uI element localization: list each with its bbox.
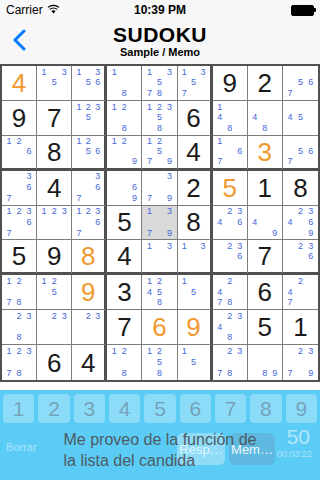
- candidate-grid: 128: [107, 101, 141, 135]
- cell-r6c7[interactable]: 236: [213, 240, 248, 275]
- cell-r6c5[interactable]: 13: [142, 240, 177, 275]
- battery-icon: [291, 5, 314, 16]
- cell-value: 4: [81, 350, 95, 376]
- cell-value: 3: [117, 279, 131, 305]
- numkey-9[interactable]: 9: [286, 394, 317, 423]
- candidate-grid: 379: [142, 171, 176, 205]
- candidate-grid: 247: [283, 275, 318, 309]
- candidate-grid: 15: [178, 345, 210, 380]
- cell-r3c2[interactable]: 8: [37, 136, 72, 171]
- cell-r1c8[interactable]: 2: [248, 66, 283, 101]
- candidate-grid: 12458: [142, 275, 176, 309]
- numkey-1[interactable]: 1: [3, 394, 34, 423]
- candidate-grid: 567: [283, 136, 318, 168]
- cell-r1c7[interactable]: 9: [213, 66, 248, 101]
- cell-r3c4[interactable]: 129: [107, 136, 142, 171]
- clock: 10:39 PM: [0, 3, 320, 17]
- cell-value: 1: [293, 314, 307, 340]
- cell-r9c6[interactable]: 15: [178, 345, 213, 380]
- cell-r5c1[interactable]: 12367: [2, 206, 37, 241]
- cell-value: 9: [47, 243, 61, 269]
- nav-header: SUDOKU Sample / Memo: [0, 20, 320, 64]
- cell-r1c4[interactable]: 18: [107, 66, 142, 101]
- cell-r3c1[interactable]: 126: [2, 136, 37, 171]
- cell-r4c5[interactable]: 379: [142, 171, 177, 206]
- cell-r7c8[interactable]: 6: [248, 275, 283, 310]
- page-title: SUDOKU: [0, 20, 320, 46]
- cell-r6c1[interactable]: 5: [2, 240, 37, 275]
- cell-r7c6[interactable]: 15: [178, 275, 213, 310]
- cell-r4c7[interactable]: 5: [213, 171, 248, 206]
- cell-r8c6[interactable]: 9: [178, 310, 213, 345]
- candidate-grid: 12358: [142, 101, 176, 135]
- back-button[interactable]: [6, 26, 32, 58]
- cell-r8c2[interactable]: 23: [37, 310, 72, 345]
- cell-value: 6: [47, 350, 61, 376]
- cell-value: 6: [152, 314, 166, 340]
- cell-value: 3: [258, 139, 272, 165]
- cell-r8c7[interactable]: 2348: [213, 310, 248, 345]
- cell-r2c1[interactable]: 9: [2, 101, 37, 136]
- candidate-grid: 2378: [213, 345, 247, 380]
- cell-r7c2[interactable]: 125: [37, 275, 72, 310]
- cell-r6c9[interactable]: 236: [283, 240, 318, 275]
- cell-value: 5: [258, 314, 272, 340]
- cell-r1c1[interactable]: 4: [2, 66, 37, 101]
- cell-r8c1[interactable]: 238: [2, 310, 37, 345]
- candidate-grid: 13578: [142, 66, 176, 100]
- candidate-grid: 238: [2, 310, 36, 344]
- cell-r5c6[interactable]: 8: [178, 206, 213, 241]
- candidate-grid: 12378: [2, 345, 36, 380]
- cell-value: 5: [117, 209, 131, 235]
- candidate-grid: 12367: [2, 206, 36, 240]
- candidate-grid: 13: [142, 240, 176, 272]
- cell-value: 9: [81, 279, 95, 305]
- candidate-grid: 167: [213, 136, 247, 168]
- cell-value: 6: [186, 105, 200, 131]
- cell-r9c4[interactable]: 128: [107, 345, 142, 380]
- cell-r7c3[interactable]: 9: [72, 275, 107, 310]
- candidate-grid: 236: [283, 240, 318, 272]
- candidate-grid: 2379: [283, 345, 318, 380]
- cell-value: 4: [117, 243, 131, 269]
- cell-r2c5[interactable]: 12358: [142, 101, 177, 136]
- toast-line2: la lista del candida: [63, 450, 256, 472]
- candidate-grid: 567: [283, 66, 318, 100]
- cell-value: 7: [117, 314, 131, 340]
- candidate-grid: 1357: [178, 66, 210, 100]
- candidate-grid: 129: [107, 136, 141, 168]
- cell-value: 8: [47, 139, 61, 165]
- cell-r1c3[interactable]: 1356: [72, 66, 107, 101]
- candidate-grid: 48: [248, 101, 282, 135]
- candidate-grid: 69: [107, 171, 141, 205]
- candidate-grid: 135: [37, 66, 71, 100]
- numkey-6[interactable]: 6: [180, 394, 211, 423]
- candidate-grid: 2348: [213, 310, 247, 344]
- cell-r6c3[interactable]: 8: [72, 240, 107, 275]
- candidate-grid: 123: [37, 206, 71, 240]
- numkey-7[interactable]: 7: [215, 394, 246, 423]
- cell-r1c9[interactable]: 567: [283, 66, 318, 101]
- cell-r7c4[interactable]: 3: [107, 275, 142, 310]
- candidate-grid: 18: [107, 66, 141, 100]
- candidate-grid: 2478: [213, 275, 247, 309]
- cell-r5c4[interactable]: 5: [107, 206, 142, 241]
- cell-r9c7[interactable]: 2378: [213, 345, 248, 380]
- cell-value: 9: [186, 314, 200, 340]
- cell-value: 8: [81, 243, 95, 269]
- candidate-grid: 1235: [72, 101, 104, 135]
- cell-r4c6[interactable]: 2: [178, 171, 213, 206]
- cell-value: 6: [258, 279, 272, 305]
- cell-value: 4: [12, 70, 26, 96]
- cell-value: 1: [258, 175, 272, 201]
- candidate-grid: 1258: [142, 345, 176, 380]
- cell-r6c8[interactable]: 7: [248, 240, 283, 275]
- cell-r2c9[interactable]: 45: [283, 101, 318, 136]
- cell-r6c2[interactable]: 9: [37, 240, 72, 275]
- cell-r5c7[interactable]: 2346: [213, 206, 248, 241]
- candidate-grid: 1379: [142, 206, 176, 240]
- candidate-grid: 15: [178, 275, 210, 309]
- cell-r8c8[interactable]: 5: [248, 310, 283, 345]
- cell-r1c6[interactable]: 1357: [178, 66, 213, 101]
- cell-r3c7[interactable]: 167: [213, 136, 248, 171]
- bottom-panel: 123456789 Borrar Resp… Mem… 50 00:03:22 …: [0, 390, 320, 480]
- cell-r2c8[interactable]: 48: [248, 101, 283, 136]
- cell-r2c6[interactable]: 6: [178, 101, 213, 136]
- cell-r9c2[interactable]: 6: [37, 345, 72, 380]
- cell-r7c7[interactable]: 2478: [213, 275, 248, 310]
- cell-r3c6[interactable]: 4: [178, 136, 213, 171]
- candidate-grid: 23: [37, 310, 71, 344]
- cell-value: 4: [186, 139, 200, 165]
- candidate-grid: 236: [213, 240, 247, 272]
- candidate-grid: 2346: [213, 206, 247, 240]
- cell-r8c9[interactable]: 1: [283, 310, 318, 345]
- toast-message: Me proveo de la función de la lista del …: [0, 429, 320, 472]
- cell-r4c3[interactable]: 367: [72, 171, 107, 206]
- candidate-grid: 128: [107, 345, 141, 380]
- candidate-grid: 367: [72, 171, 104, 205]
- cell-value: 8: [293, 175, 307, 201]
- cell-r5c8[interactable]: 49: [248, 206, 283, 241]
- candidate-grid: 45: [283, 101, 318, 135]
- cell-r7c9[interactable]: 247: [283, 275, 318, 310]
- cell-r2c3[interactable]: 1235: [72, 101, 107, 136]
- cell-r5c2[interactable]: 123: [37, 206, 72, 241]
- candidate-grid: 125: [37, 275, 71, 309]
- sudoku-grid: 4135135618135781357925679712351281235861…: [2, 66, 318, 380]
- cell-r9c5[interactable]: 1258: [142, 345, 177, 380]
- cell-value: 7: [47, 105, 61, 131]
- cell-r4c9[interactable]: 8: [283, 171, 318, 206]
- status-bar: Carrier 10:39 PM: [0, 0, 320, 20]
- cell-r7c1[interactable]: 1278: [2, 275, 37, 310]
- page-subtitle: Sample / Memo: [0, 46, 320, 58]
- candidate-grid: 89: [248, 345, 282, 380]
- cell-value: 9: [12, 105, 26, 131]
- toast-line1: Me proveo de la función de: [63, 429, 256, 451]
- cell-r3c8[interactable]: 3: [248, 136, 283, 171]
- cell-value: 7: [258, 243, 272, 269]
- cell-r3c3[interactable]: 1256: [72, 136, 107, 171]
- cell-r1c2[interactable]: 135: [37, 66, 72, 101]
- cell-value: 5: [12, 243, 26, 269]
- candidate-grid: 23469: [283, 206, 318, 240]
- cell-r6c4[interactable]: 4: [107, 240, 142, 275]
- sudoku-board: 4135135618135781357925679712351281235861…: [0, 64, 320, 382]
- number-pad: 123456789: [0, 390, 320, 423]
- cell-r9c3[interactable]: 4: [72, 345, 107, 380]
- cell-r4c4[interactable]: 69: [107, 171, 142, 206]
- candidate-grid: 1256: [72, 136, 104, 168]
- cell-value: 9: [222, 70, 236, 96]
- cell-r5c9[interactable]: 23469: [283, 206, 318, 241]
- cell-r5c5[interactable]: 1379: [142, 206, 177, 241]
- cell-r7c5[interactable]: 12458: [142, 275, 177, 310]
- numkey-3[interactable]: 3: [74, 394, 105, 423]
- cell-r8c5[interactable]: 6: [142, 310, 177, 345]
- cell-r4c1[interactable]: 367: [2, 171, 37, 206]
- candidate-grid: 13: [178, 240, 210, 272]
- candidate-grid: 126: [2, 136, 36, 168]
- cell-r5c3[interactable]: 12367: [72, 206, 107, 241]
- numkey-2[interactable]: 2: [38, 394, 69, 423]
- cell-r4c2[interactable]: 4: [37, 171, 72, 206]
- cell-value: 2: [186, 175, 200, 201]
- numkey-4[interactable]: 4: [109, 394, 140, 423]
- candidate-grid: 12579: [142, 136, 176, 168]
- cell-value: 4: [47, 175, 61, 201]
- cell-r8c4[interactable]: 7: [107, 310, 142, 345]
- cell-r2c7[interactable]: 148: [213, 101, 248, 136]
- cell-r8c3[interactable]: 23: [72, 310, 107, 345]
- cell-r4c8[interactable]: 1: [248, 171, 283, 206]
- candidate-grid: 367: [2, 171, 36, 205]
- candidate-grid: 1278: [2, 275, 36, 309]
- cell-r9c1[interactable]: 12378: [2, 345, 37, 380]
- cell-value: 2: [258, 70, 272, 96]
- cell-r2c4[interactable]: 128: [107, 101, 142, 136]
- candidate-grid: 1356: [72, 66, 104, 100]
- candidate-grid: 49: [248, 206, 282, 240]
- numkey-8[interactable]: 8: [250, 394, 281, 423]
- cell-r1c5[interactable]: 13578: [142, 66, 177, 101]
- cell-r3c9[interactable]: 567: [283, 136, 318, 171]
- cell-value: 5: [222, 175, 236, 201]
- numkey-5[interactable]: 5: [144, 394, 175, 423]
- candidate-grid: 12367: [72, 206, 104, 240]
- cell-r9c9[interactable]: 2379: [283, 345, 318, 380]
- cell-r3c5[interactable]: 12579: [142, 136, 177, 171]
- cell-r9c8[interactable]: 89: [248, 345, 283, 380]
- chevron-left-icon: [13, 29, 26, 55]
- candidate-grid: 23: [72, 310, 104, 344]
- candidate-grid: 148: [213, 101, 247, 135]
- cell-value: 8: [186, 209, 200, 235]
- cell-r6c6[interactable]: 13: [178, 240, 213, 275]
- cell-r2c2[interactable]: 7: [37, 101, 72, 136]
